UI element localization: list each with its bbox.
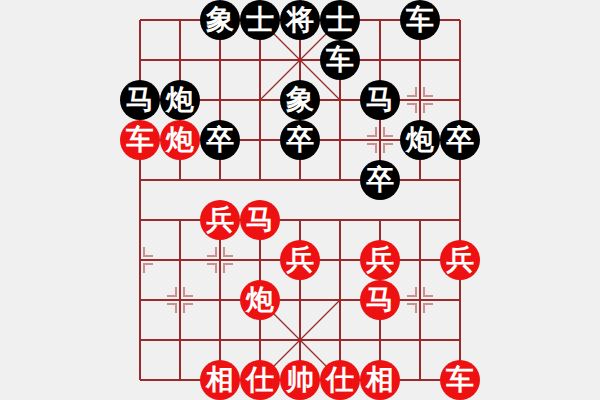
piece-black-cannon[interactable]: 炮 [400, 120, 440, 160]
piece-red-chariot[interactable]: 车 [120, 120, 160, 160]
piece-black-cannon[interactable]: 炮 [160, 80, 200, 120]
piece-black-elephant[interactable]: 象 [280, 80, 320, 120]
piece-red-soldier[interactable]: 兵 [360, 240, 400, 280]
piece-red-chariot[interactable]: 车 [440, 360, 480, 400]
piece-red-soldier[interactable]: 兵 [280, 240, 320, 280]
piece-red-horse[interactable]: 马 [360, 280, 400, 320]
board-stage: 象士将士车车马炮象马车炮卒卒炮卒卒兵马兵兵兵炮马相仕帅仕相车 [0, 0, 600, 400]
piece-black-elephant[interactable]: 象 [200, 0, 240, 40]
piece-black-chariot[interactable]: 车 [320, 40, 360, 80]
piece-black-soldier[interactable]: 卒 [440, 120, 480, 160]
piece-black-horse[interactable]: 马 [360, 80, 400, 120]
piece-black-soldier[interactable]: 卒 [200, 120, 240, 160]
piece-red-advisor[interactable]: 仕 [320, 360, 360, 400]
piece-black-horse[interactable]: 马 [120, 80, 160, 120]
piece-red-horse[interactable]: 马 [240, 200, 280, 240]
piece-red-cannon[interactable]: 炮 [160, 120, 200, 160]
piece-black-soldier[interactable]: 卒 [280, 120, 320, 160]
piece-red-cannon[interactable]: 炮 [240, 280, 280, 320]
piece-red-soldier[interactable]: 兵 [200, 200, 240, 240]
piece-black-soldier[interactable]: 卒 [360, 160, 400, 200]
piece-black-chariot[interactable]: 车 [400, 0, 440, 40]
xiangqi-board[interactable]: 象士将士车车马炮象马车炮卒卒炮卒卒兵马兵兵兵炮马相仕帅仕相车 [120, 0, 480, 400]
piece-black-general[interactable]: 将 [280, 0, 320, 40]
piece-red-soldier[interactable]: 兵 [440, 240, 480, 280]
piece-red-general[interactable]: 帅 [280, 360, 320, 400]
piece-red-elephant[interactable]: 相 [200, 360, 240, 400]
piece-red-elephant[interactable]: 相 [360, 360, 400, 400]
piece-black-advisor[interactable]: 士 [320, 0, 360, 40]
piece-red-advisor[interactable]: 仕 [240, 360, 280, 400]
piece-black-advisor[interactable]: 士 [240, 0, 280, 40]
